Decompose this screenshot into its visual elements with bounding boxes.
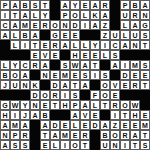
letter-cell-r12c5[interactable]: B xyxy=(40,110,50,120)
letter-cell-r1c1[interactable]: P xyxy=(0,0,10,10)
letter-cell-r3c9[interactable]: I xyxy=(80,20,90,30)
letter-cell-r15c14[interactable]: T xyxy=(130,140,140,150)
black-cell-r6c15 xyxy=(140,50,150,60)
letter-cell-r14c1[interactable]: N xyxy=(0,130,10,140)
letter-cell-r4c12[interactable]: U xyxy=(110,30,120,40)
letter-cell-r6c4[interactable]: E xyxy=(30,50,40,60)
letter-cell-r7c8[interactable]: W xyxy=(70,60,80,70)
letter-cell-r12c9[interactable]: V xyxy=(80,110,90,120)
letter-cell-r1c2[interactable]: A xyxy=(10,0,20,10)
black-cell-r10c3 xyxy=(20,90,30,100)
letter-cell-r10c10[interactable]: F xyxy=(90,90,100,100)
letter-cell-r7c10[interactable]: T xyxy=(90,60,100,70)
letter-cell-r13c12[interactable]: Z xyxy=(110,120,120,130)
letter-cell-r6c11[interactable]: L xyxy=(100,50,110,60)
letter-cell-r5c4[interactable]: T xyxy=(30,40,40,50)
letter-cell-r2c2[interactable]: T xyxy=(10,10,20,20)
letter-cell-r13c5[interactable]: A xyxy=(40,120,50,130)
letter-cell-r11c14[interactable]: W xyxy=(130,100,140,110)
letter-cell-r9c11[interactable]: O xyxy=(100,80,110,90)
letter-cell-r15c12[interactable]: N xyxy=(110,140,120,150)
letter-cell-r4c6[interactable]: G xyxy=(50,30,60,40)
letter-cell-r2c15[interactable]: N xyxy=(140,10,150,20)
black-cell-r9c5 xyxy=(40,80,50,90)
letter-cell-r14c15[interactable]: T xyxy=(140,130,150,140)
black-cell-r1c12 xyxy=(110,0,120,10)
black-cell-r15c10 xyxy=(90,140,100,150)
letter-cell-r14c5[interactable]: T xyxy=(40,130,50,140)
black-cell-r3c12 xyxy=(110,20,120,30)
letter-cell-r4c11[interactable]: Z xyxy=(100,30,110,40)
letter-cell-r8c1[interactable]: B xyxy=(0,70,10,80)
letter-cell-r1c3[interactable]: B xyxy=(20,0,30,10)
letter-cell-r5c14[interactable]: N xyxy=(130,40,140,50)
letter-cell-r8c8[interactable]: E xyxy=(70,70,80,80)
letter-cell-r8c5[interactable]: N xyxy=(40,70,50,80)
letter-cell-r7c13[interactable]: I xyxy=(120,60,130,70)
black-cell-r7c6 xyxy=(50,60,60,70)
letter-cell-r1c11[interactable]: R xyxy=(100,0,110,10)
letter-cell-r13c10[interactable]: D xyxy=(90,120,100,130)
letter-cell-r8c14[interactable]: E xyxy=(130,70,140,80)
black-cell-r4c9 xyxy=(80,30,90,40)
letter-cell-r4c15[interactable]: S xyxy=(140,30,150,40)
letter-cell-r15c8[interactable]: O xyxy=(70,140,80,150)
letter-cell-r12c10[interactable]: E xyxy=(90,110,100,120)
letter-cell-r2c7[interactable]: P xyxy=(60,10,70,20)
letter-cell-r9c13[interactable]: E xyxy=(120,80,130,90)
letter-cell-r15c11[interactable]: U xyxy=(100,140,110,150)
black-cell-r14c10 xyxy=(90,130,100,140)
letter-cell-r1c7[interactable]: A xyxy=(60,0,70,10)
letter-cell-r11c7[interactable]: H xyxy=(60,100,70,110)
letter-cell-r15c9[interactable]: T xyxy=(80,140,90,150)
letter-cell-r13c7[interactable]: E xyxy=(60,120,70,130)
black-cell-r15c4 xyxy=(30,140,40,150)
letter-cell-r10c5[interactable]: O xyxy=(40,90,50,100)
letter-cell-r15c7[interactable]: I xyxy=(60,140,70,150)
letter-cell-r12c3[interactable]: J xyxy=(20,110,30,120)
letter-cell-r3c14[interactable]: A xyxy=(130,20,140,30)
letter-cell-r2c1[interactable]: I xyxy=(0,10,10,20)
letter-cell-r9c3[interactable]: N xyxy=(20,80,30,90)
letter-cell-r9c8[interactable]: T xyxy=(70,80,80,90)
black-cell-r6c7 xyxy=(60,50,70,60)
letter-cell-r9c2[interactable]: U xyxy=(10,80,20,90)
letter-cell-r8c15[interactable]: E xyxy=(140,70,150,80)
letter-cell-r15c13[interactable]: I xyxy=(120,140,130,150)
letter-cell-r2c14[interactable]: R xyxy=(130,10,140,20)
letter-cell-r6c6[interactable]: E xyxy=(50,50,60,60)
letter-cell-r9c12[interactable]: V xyxy=(110,80,120,90)
letter-cell-r1c13[interactable]: P xyxy=(120,0,130,10)
letter-cell-r4c14[interactable]: U xyxy=(130,30,140,40)
letter-cell-r6c9[interactable]: E xyxy=(80,50,90,60)
letter-cell-r14c11[interactable]: B xyxy=(100,130,110,140)
letter-cell-r3c1[interactable]: C xyxy=(0,20,10,30)
letter-cell-r1c4[interactable]: S xyxy=(30,0,40,10)
letter-cell-r15c15[interactable]: S xyxy=(140,140,150,150)
letter-cell-r5c6[interactable]: R xyxy=(50,40,60,50)
letter-cell-r6c12[interactable]: S xyxy=(110,50,120,60)
black-cell-r10c14 xyxy=(130,90,140,100)
letter-cell-r5c11[interactable]: I xyxy=(100,40,110,50)
letter-cell-r14c12[interactable]: O xyxy=(110,130,120,140)
letter-cell-r15c6[interactable]: L xyxy=(50,140,60,150)
letter-cell-r2c4[interactable]: L xyxy=(30,10,40,20)
letter-cell-r9c4[interactable]: K xyxy=(30,80,40,90)
letter-cell-r3c5[interactable]: R xyxy=(40,20,50,30)
letter-cell-r4c4[interactable]: A xyxy=(30,30,40,40)
letter-cell-r13c2[interactable]: M xyxy=(10,120,20,130)
black-cell-r10c1 xyxy=(0,90,10,100)
black-cell-r4c5 xyxy=(40,30,50,40)
letter-cell-r13c8[interactable]: L xyxy=(70,120,80,130)
letter-cell-r6c8[interactable]: H xyxy=(70,50,80,60)
letter-cell-r8c10[interactable]: I xyxy=(90,70,100,80)
black-cell-r10c2 xyxy=(10,90,20,100)
letter-cell-r11c2[interactable]: W xyxy=(10,100,20,110)
letter-cell-r10c4[interactable]: D xyxy=(30,90,40,100)
letter-cell-r9c15[interactable]: T xyxy=(140,80,150,90)
letter-cell-r9c7[interactable]: A xyxy=(60,80,70,90)
letter-cell-r3c2[interactable]: A xyxy=(10,20,20,30)
black-cell-r13c4 xyxy=(30,120,40,130)
black-cell-r12c6 xyxy=(50,110,60,120)
letter-cell-r2c8[interactable]: O xyxy=(70,10,80,20)
letter-cell-r2c13[interactable]: U xyxy=(120,10,130,20)
letter-cell-r7c7[interactable]: S xyxy=(60,60,70,70)
letter-cell-r3c4[interactable]: E xyxy=(30,20,40,30)
letter-cell-r3c11[interactable]: Z xyxy=(100,20,110,30)
black-cell-r6c13 xyxy=(120,50,130,60)
letter-cell-r2c3[interactable]: A xyxy=(20,10,30,20)
black-cell-r2c6 xyxy=(50,10,60,20)
letter-cell-r4c1[interactable]: A xyxy=(0,30,10,40)
letter-cell-r13c13[interactable]: E xyxy=(120,120,130,130)
letter-cell-r3c3[interactable]: M xyxy=(20,20,30,30)
letter-cell-r13c9[interactable]: E xyxy=(80,120,90,130)
letter-cell-r5c13[interactable]: A xyxy=(120,40,130,50)
letter-cell-r8c6[interactable]: E xyxy=(50,70,60,80)
black-cell-r4c10 xyxy=(90,30,100,40)
letter-cell-r4c2[interactable]: L xyxy=(10,30,20,40)
letter-cell-r12c12[interactable]: I xyxy=(110,110,120,120)
letter-cell-r2c10[interactable]: K xyxy=(90,10,100,20)
letter-cell-r15c1[interactable]: A xyxy=(0,140,10,150)
black-cell-r10c9 xyxy=(80,90,90,100)
letter-cell-r8c11[interactable]: S xyxy=(100,70,110,80)
letter-cell-r8c3[interactable]: A xyxy=(20,70,30,80)
letter-cell-r7c2[interactable]: Y xyxy=(10,60,20,70)
letter-cell-r8c13[interactable]: D xyxy=(120,70,130,80)
letter-cell-r11c10[interactable]: L xyxy=(90,100,100,110)
letter-cell-r11c4[interactable]: N xyxy=(30,100,40,110)
letter-cell-r11c11[interactable]: T xyxy=(100,100,110,110)
letter-cell-r13c3[interactable]: A xyxy=(20,120,30,130)
black-cell-r12c11 xyxy=(100,110,110,120)
letter-cell-r5c12[interactable]: C xyxy=(110,40,120,50)
black-cell-r10c15 xyxy=(140,90,150,100)
letter-cell-r13c11[interactable]: A xyxy=(100,120,110,130)
letter-cell-r8c9[interactable]: S xyxy=(80,70,90,80)
letter-cell-r3c10[interactable]: A xyxy=(90,20,100,30)
letter-cell-r11c9[interactable]: A xyxy=(80,100,90,110)
letter-cell-r14c3[interactable]: R xyxy=(20,130,30,140)
letter-cell-r9c9[interactable]: A xyxy=(80,80,90,90)
letter-cell-r12c2[interactable]: I xyxy=(10,110,20,120)
letter-cell-r12c8[interactable]: A xyxy=(70,110,80,120)
black-cell-r6c2 xyxy=(10,50,20,60)
letter-cell-r10c6[interactable]: R xyxy=(50,90,60,100)
letter-cell-r10c7[interactable]: I xyxy=(60,90,70,100)
black-cell-r12c7 xyxy=(60,110,70,120)
letter-cell-r15c3[interactable]: S xyxy=(20,140,30,150)
letter-cell-r11c1[interactable]: G xyxy=(0,100,10,110)
black-cell-r14c4 xyxy=(30,130,40,140)
black-cell-r7c11 xyxy=(100,60,110,70)
letter-cell-r9c14[interactable]: R xyxy=(130,80,140,90)
letter-cell-r4c7[interactable]: E xyxy=(60,30,70,40)
letter-cell-r14c13[interactable]: R xyxy=(120,130,130,140)
letter-cell-r1c9[interactable]: E xyxy=(80,0,90,10)
letter-cell-r7c4[interactable]: R xyxy=(30,60,40,70)
black-cell-r6c3 xyxy=(20,50,30,60)
letter-cell-r11c6[interactable]: T xyxy=(50,100,60,110)
letter-cell-r15c5[interactable]: E xyxy=(40,140,50,150)
letter-cell-r3c7[interactable]: N xyxy=(60,20,70,30)
letter-cell-r5c15[interactable]: T xyxy=(140,40,150,50)
letter-cell-r2c11[interactable]: A xyxy=(100,10,110,20)
letter-cell-r14c2[interactable]: P xyxy=(10,130,20,140)
letter-cell-r13c14[interactable]: E xyxy=(130,120,140,130)
letter-cell-r3c13[interactable]: L xyxy=(120,20,130,30)
black-cell-r10c13 xyxy=(120,90,130,100)
letter-cell-r3c6[interactable]: O xyxy=(50,20,60,30)
letter-cell-r1c5[interactable]: T xyxy=(40,0,50,10)
letter-cell-r7c12[interactable]: A xyxy=(110,60,120,70)
letter-cell-r8c7[interactable]: M xyxy=(60,70,70,80)
letter-cell-r13c1[interactable]: A xyxy=(0,120,10,130)
letter-cell-r12c14[interactable]: H xyxy=(130,110,140,120)
letter-cell-r4c3[interactable]: B xyxy=(20,30,30,40)
letter-cell-r14c8[interactable]: E xyxy=(70,130,80,140)
letter-cell-r5c5[interactable]: E xyxy=(40,40,50,50)
black-cell-r5c1 xyxy=(0,40,10,50)
letter-cell-r5c10[interactable]: Y xyxy=(90,40,100,50)
letter-cell-r14c14[interactable]: A xyxy=(130,130,140,140)
letter-cell-r10c12[interactable]: E xyxy=(110,90,120,100)
letter-cell-r11c8[interactable]: P xyxy=(70,100,80,110)
black-cell-r8c12 xyxy=(110,70,120,80)
letter-cell-r13c15[interactable]: M xyxy=(140,120,150,130)
letter-cell-r1c8[interactable]: Y xyxy=(70,0,80,10)
black-cell-r11c15 xyxy=(140,100,150,110)
letter-cell-r9c6[interactable]: D xyxy=(50,80,60,90)
letter-cell-r12c1[interactable]: H xyxy=(0,110,10,120)
letter-cell-r1c14[interactable]: B xyxy=(130,0,140,10)
letter-cell-r11c13[interactable]: O xyxy=(120,100,130,110)
letter-cell-r7c1[interactable]: L xyxy=(0,60,10,70)
letter-cell-r7c3[interactable]: C xyxy=(20,60,30,70)
letter-cell-r13c6[interactable]: D xyxy=(50,120,60,130)
black-cell-r1c6 xyxy=(50,0,60,10)
letter-cell-r2c9[interactable]: L xyxy=(80,10,90,20)
black-cell-r2c12 xyxy=(110,10,120,20)
letter-cell-r5c9[interactable]: L xyxy=(80,40,90,50)
letter-cell-r7c14[interactable]: M xyxy=(130,60,140,70)
letter-cell-r9c1[interactable]: J xyxy=(0,80,10,90)
letter-cell-r12c13[interactable]: T xyxy=(120,110,130,120)
letter-cell-r7c15[interactable]: S xyxy=(140,60,150,70)
letter-cell-r5c8[interactable]: L xyxy=(70,40,80,50)
letter-cell-r7c9[interactable]: A xyxy=(80,60,90,70)
letter-cell-r5c3[interactable]: I xyxy=(20,40,30,50)
letter-cell-r15c2[interactable]: S xyxy=(10,140,20,150)
black-cell-r6c14 xyxy=(130,50,140,60)
letter-cell-r14c7[interactable]: M xyxy=(60,130,70,140)
letter-cell-r6c5[interactable]: V xyxy=(40,50,50,60)
black-cell-r8c4 xyxy=(30,70,40,80)
letter-cell-r10c11[interactable]: O xyxy=(100,90,110,100)
letter-cell-r8c2[interactable]: O xyxy=(10,70,20,80)
letter-cell-r4c8[interactable]: E xyxy=(70,30,80,40)
letter-cell-r7c5[interactable]: A xyxy=(40,60,50,70)
letter-cell-r11c12[interactable]: R xyxy=(110,100,120,110)
letter-cell-r3c15[interactable]: G xyxy=(140,20,150,30)
letter-cell-r10c8[interactable]: S xyxy=(70,90,80,100)
letter-cell-r4c13[interactable]: L xyxy=(120,30,130,40)
letter-cell-r2c5[interactable]: Y xyxy=(40,10,50,20)
black-cell-r6c1 xyxy=(0,50,10,60)
letter-cell-r11c5[interactable]: E xyxy=(40,100,50,110)
letter-cell-r1c10[interactable]: A xyxy=(90,0,100,10)
letter-cell-r11c3[interactable]: Y xyxy=(20,100,30,110)
letter-cell-r5c7[interactable]: A xyxy=(60,40,70,50)
crossword-grid: PABSTAYEARPBAITALYPOLKAURNCAMERONDIAZLAG… xyxy=(0,0,150,150)
letter-cell-r12c4[interactable]: A xyxy=(30,110,40,120)
letter-cell-r14c6[interactable]: A xyxy=(50,130,60,140)
letter-cell-r5c2[interactable]: L xyxy=(10,40,20,50)
letter-cell-r14c9[interactable]: R xyxy=(80,130,90,140)
black-cell-r9c10 xyxy=(90,80,100,90)
letter-cell-r6c10[interactable]: E xyxy=(90,50,100,60)
letter-cell-r3c8[interactable]: D xyxy=(70,20,80,30)
letter-cell-r12c15[interactable]: E xyxy=(140,110,150,120)
letter-cell-r1c15[interactable]: A xyxy=(140,0,150,10)
